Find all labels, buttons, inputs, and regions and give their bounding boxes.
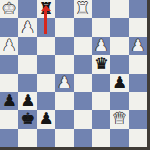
piece-white-king-a8[interactable]: ♚ <box>2 1 16 17</box>
square-a7[interactable] <box>0 18 18 36</box>
square-h1[interactable] <box>129 129 147 147</box>
square-d7[interactable] <box>55 18 73 36</box>
square-d4[interactable]: ♟ <box>55 74 73 92</box>
square-d3[interactable] <box>55 92 73 110</box>
square-b4[interactable] <box>18 74 36 92</box>
piece-white-pawn-d4[interactable]: ♟ <box>57 74 71 90</box>
piece-white-queen-g2[interactable]: ♛ <box>112 111 126 127</box>
piece-white-pawn-b7[interactable]: ♟ <box>20 19 34 35</box>
square-g5[interactable] <box>110 55 128 73</box>
square-e7[interactable] <box>74 18 92 36</box>
square-f5[interactable]: ♛ <box>92 55 110 73</box>
square-b3[interactable]: ♟ <box>18 92 36 110</box>
square-c2[interactable]: ♟ <box>37 110 55 128</box>
square-a2[interactable] <box>0 110 18 128</box>
square-h5[interactable] <box>129 55 147 73</box>
square-b7[interactable]: ♟ <box>18 18 36 36</box>
piece-white-pawn-a6[interactable]: ♟ <box>2 37 16 53</box>
square-d8[interactable] <box>55 0 73 18</box>
square-d2[interactable] <box>55 110 73 128</box>
square-f7[interactable] <box>92 18 110 36</box>
square-g2[interactable]: ♛ <box>110 110 128 128</box>
square-a6[interactable]: ♟ <box>0 37 18 55</box>
square-g8[interactable] <box>110 0 128 18</box>
square-e5[interactable] <box>74 55 92 73</box>
square-d1[interactable] <box>55 129 73 147</box>
square-b6[interactable] <box>18 37 36 55</box>
square-f2[interactable] <box>92 110 110 128</box>
piece-black-pawn-c2[interactable]: ♟ <box>39 111 53 127</box>
board-frame: ♚♜♜♟♟♟♟♛♟♟♟♟♚♟♛ <box>0 0 150 150</box>
square-f8[interactable] <box>92 0 110 18</box>
piece-black-pawn-a3[interactable]: ♟ <box>2 93 16 109</box>
square-g4[interactable]: ♟ <box>110 74 128 92</box>
square-f6[interactable]: ♟ <box>92 37 110 55</box>
square-h6[interactable]: ♟ <box>129 37 147 55</box>
square-f3[interactable] <box>92 92 110 110</box>
square-b1[interactable] <box>18 129 36 147</box>
square-g7[interactable] <box>110 18 128 36</box>
square-a8[interactable]: ♚ <box>0 0 18 18</box>
square-g3[interactable] <box>110 92 128 110</box>
square-c5[interactable] <box>37 55 55 73</box>
square-c6[interactable] <box>37 37 55 55</box>
square-h3[interactable] <box>129 92 147 110</box>
square-h8[interactable] <box>129 0 147 18</box>
square-c7[interactable] <box>37 18 55 36</box>
square-b5[interactable] <box>18 55 36 73</box>
square-e2[interactable] <box>74 110 92 128</box>
piece-white-pawn-h6[interactable]: ♟ <box>131 37 145 53</box>
square-b8[interactable] <box>18 0 36 18</box>
square-g6[interactable] <box>110 37 128 55</box>
piece-white-rook-e8[interactable]: ♜ <box>76 1 90 17</box>
square-d6[interactable] <box>55 37 73 55</box>
square-a5[interactable] <box>0 55 18 73</box>
piece-white-pawn-f6[interactable]: ♟ <box>94 37 108 53</box>
square-c3[interactable] <box>37 92 55 110</box>
piece-black-queen-f5[interactable]: ♛ <box>94 56 108 72</box>
square-c8[interactable]: ♜ <box>37 0 55 18</box>
square-c1[interactable] <box>37 129 55 147</box>
square-e1[interactable] <box>74 129 92 147</box>
piece-black-rook-c8[interactable]: ♜ <box>39 1 53 17</box>
square-h7[interactable] <box>129 18 147 36</box>
square-d5[interactable] <box>55 55 73 73</box>
square-e6[interactable] <box>74 37 92 55</box>
square-a3[interactable]: ♟ <box>0 92 18 110</box>
square-h4[interactable] <box>129 74 147 92</box>
square-e3[interactable] <box>74 92 92 110</box>
square-f4[interactable] <box>92 74 110 92</box>
piece-black-pawn-b3[interactable]: ♟ <box>20 93 34 109</box>
square-e8[interactable]: ♜ <box>74 0 92 18</box>
square-e4[interactable] <box>74 74 92 92</box>
square-g1[interactable] <box>110 129 128 147</box>
chess-board: ♚♜♜♟♟♟♟♛♟♟♟♟♚♟♛ <box>0 0 147 147</box>
square-c4[interactable] <box>37 74 55 92</box>
square-b2[interactable]: ♚ <box>18 110 36 128</box>
square-h2[interactable] <box>129 110 147 128</box>
square-f1[interactable] <box>92 129 110 147</box>
piece-black-pawn-g4[interactable]: ♟ <box>112 74 126 90</box>
piece-black-king-b2[interactable]: ♚ <box>20 111 34 127</box>
square-a4[interactable] <box>0 74 18 92</box>
square-a1[interactable] <box>0 129 18 147</box>
